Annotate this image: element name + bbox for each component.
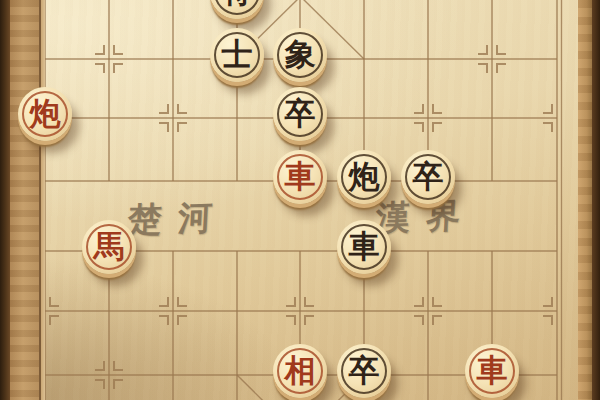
piece-glyph-elephant: 象 bbox=[273, 27, 327, 81]
piece-glyph-cannon: 炮 bbox=[18, 86, 72, 140]
board-frame-right bbox=[578, 0, 592, 400]
piece-glyph-soldier: 卒 bbox=[273, 86, 327, 140]
piece-red-horse[interactable]: 馬 bbox=[82, 220, 136, 274]
piece-red-elephant[interactable]: 相 bbox=[273, 344, 327, 398]
piece-red-chariot[interactable]: 車 bbox=[273, 150, 327, 204]
piece-glyph-chariot: 車 bbox=[465, 343, 519, 397]
piece-red-chariot[interactable]: 車 bbox=[465, 344, 519, 398]
piece-glyph-elephant: 相 bbox=[273, 343, 327, 397]
board-frame-left-inner bbox=[41, 0, 45, 400]
piece-glyph-king: 将 bbox=[210, 0, 264, 18]
piece-black-advisor[interactable]: 士 bbox=[210, 28, 264, 82]
piece-black-elephant[interactable]: 象 bbox=[273, 28, 327, 82]
piece-glyph-chariot: 車 bbox=[273, 149, 327, 203]
xiangqi-board: 楚河 漢界 将士象卒炮車炮卒馬車相卒車 bbox=[0, 0, 600, 400]
piece-black-soldier[interactable]: 卒 bbox=[337, 344, 391, 398]
piece-glyph-soldier: 卒 bbox=[401, 149, 455, 203]
piece-black-king[interactable]: 将 bbox=[210, 0, 264, 19]
piece-glyph-advisor: 士 bbox=[210, 27, 264, 81]
board-frame-left bbox=[10, 0, 41, 400]
board-frame-right-edge bbox=[592, 0, 600, 400]
board-frame-left-edge bbox=[0, 0, 10, 400]
piece-red-cannon[interactable]: 炮 bbox=[18, 87, 72, 141]
piece-black-soldier[interactable]: 卒 bbox=[273, 87, 327, 141]
piece-black-soldier[interactable]: 卒 bbox=[401, 150, 455, 204]
river-label-chu-he: 楚河 bbox=[127, 194, 230, 243]
piece-glyph-chariot: 車 bbox=[337, 219, 391, 273]
piece-glyph-cannon: 炮 bbox=[337, 149, 391, 203]
piece-black-cannon[interactable]: 炮 bbox=[337, 150, 391, 204]
piece-glyph-horse: 馬 bbox=[82, 219, 136, 273]
piece-black-chariot[interactable]: 車 bbox=[337, 220, 391, 274]
piece-glyph-soldier: 卒 bbox=[337, 343, 391, 397]
